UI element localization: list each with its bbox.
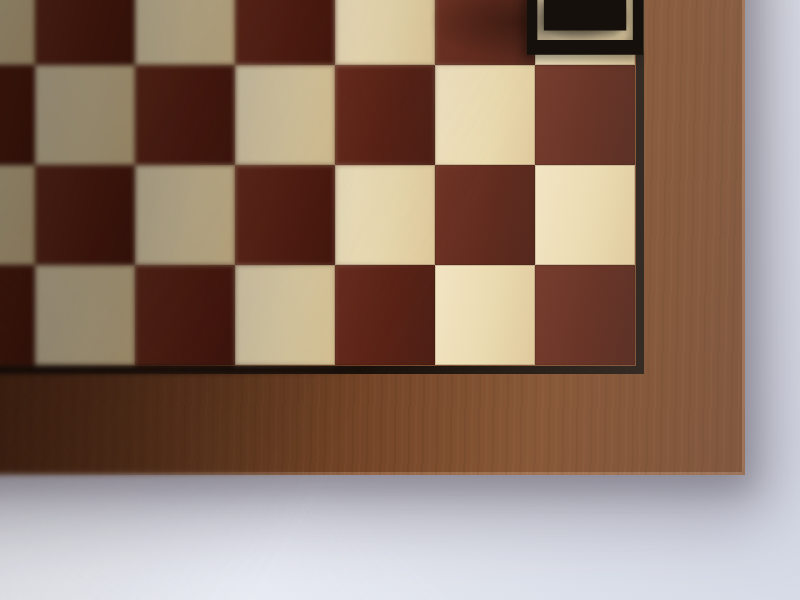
square-e4 <box>135 0 235 65</box>
square-e6 <box>335 0 435 65</box>
square-e5 <box>235 0 335 65</box>
square-h7 <box>435 265 535 365</box>
square-h6 <box>335 265 435 365</box>
square-f3 <box>35 65 135 165</box>
square-g6 <box>335 165 435 265</box>
square-h2 <box>0 265 35 365</box>
square-g5 <box>235 165 335 265</box>
square-h3 <box>35 265 135 365</box>
square-h4 <box>135 265 235 365</box>
chess-board: ♟ ♟ ♜ ♟ ♞ ♟ ♝ <box>0 0 745 475</box>
square-h5 <box>235 265 335 365</box>
square-g7 <box>435 165 535 265</box>
square-g3 <box>35 165 135 265</box>
square-f6 <box>335 65 435 165</box>
square-f2 <box>0 65 35 165</box>
square-f5 <box>235 65 335 165</box>
square-f4 <box>135 65 235 165</box>
square-g4 <box>135 165 235 265</box>
square-g2 <box>0 165 35 265</box>
photo-scene: ♟ ♟ ♜ ♟ ♞ ♟ ♝ <box>0 0 800 600</box>
square-e3 <box>35 0 135 65</box>
king-glyph: ♚ <box>469 0 701 114</box>
square-e2 <box>0 0 35 65</box>
